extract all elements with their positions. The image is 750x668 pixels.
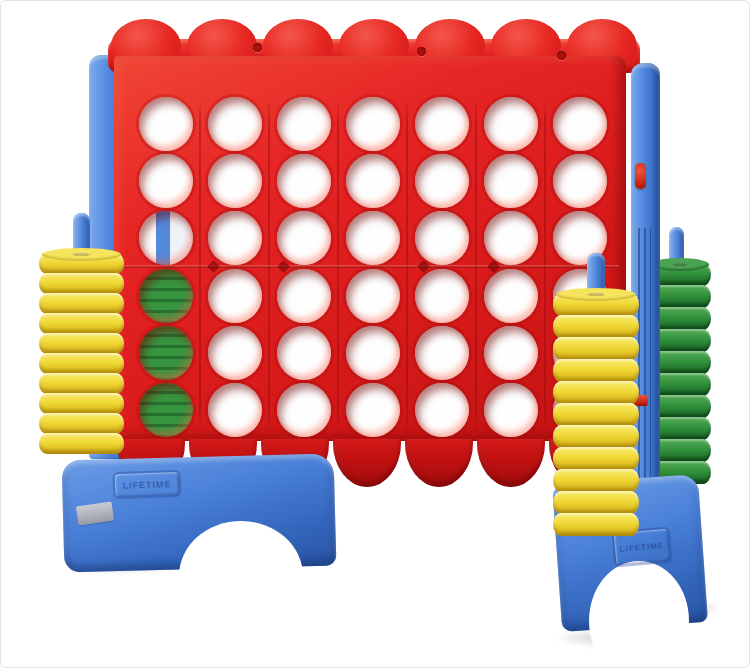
yellow-disc xyxy=(553,403,639,426)
yellow-disc xyxy=(39,393,124,414)
yellow-disc xyxy=(553,425,639,448)
release-knob xyxy=(635,163,646,189)
hole-opening xyxy=(277,326,331,380)
bottom-scallop xyxy=(477,439,545,487)
yellow-disc xyxy=(553,359,639,382)
cell-a1 xyxy=(131,382,200,439)
cell-c6 xyxy=(269,95,338,152)
hole-opening xyxy=(415,269,469,323)
cell-e6 xyxy=(407,95,476,152)
hole-opening xyxy=(346,154,400,208)
cell-f4 xyxy=(476,210,545,267)
yellow-disc xyxy=(553,381,639,404)
hole-opening xyxy=(277,154,331,208)
bottom-scallop xyxy=(333,439,401,487)
hole-opening xyxy=(484,97,538,151)
cell-a6 xyxy=(131,95,200,152)
cell-d2 xyxy=(338,324,407,381)
cell-c1 xyxy=(269,382,338,439)
cell-c3 xyxy=(269,267,338,324)
cell-f5 xyxy=(476,152,545,209)
screw-dimple xyxy=(417,47,426,56)
cell-d5 xyxy=(338,152,407,209)
cell-c4 xyxy=(269,210,338,267)
cell-g6 xyxy=(545,95,614,152)
hole-opening xyxy=(346,211,400,265)
yellow-disc xyxy=(553,337,639,360)
yellow-disc xyxy=(39,353,124,374)
hole-opening xyxy=(484,383,538,437)
board-mid-seam xyxy=(119,265,619,268)
yellow-disc xyxy=(39,373,124,394)
cell-f3 xyxy=(476,267,545,324)
yellow-disc xyxy=(553,315,639,338)
yellow-disc xyxy=(39,293,124,314)
yellow-disc xyxy=(39,433,124,454)
yellow-disc xyxy=(39,313,124,334)
disc-stack-right-yellow xyxy=(553,293,639,536)
giant-connect-four-photo: LIFETIME LIFETIME xyxy=(0,0,750,668)
cell-f1 xyxy=(476,382,545,439)
cell-d3 xyxy=(338,267,407,324)
hole-opening xyxy=(139,326,193,380)
hole-opening xyxy=(346,97,400,151)
yellow-disc xyxy=(553,491,639,514)
hole-opening xyxy=(415,154,469,208)
hole-opening xyxy=(208,326,262,380)
hole-opening xyxy=(139,154,193,208)
cell-a5 xyxy=(131,152,200,209)
hole-opening xyxy=(139,383,193,437)
hole-opening xyxy=(346,383,400,437)
cell-c2 xyxy=(269,324,338,381)
hole-opening xyxy=(346,326,400,380)
hole-opening xyxy=(139,211,193,265)
cell-e3 xyxy=(407,267,476,324)
hole-opening xyxy=(484,269,538,323)
cell-d1 xyxy=(338,382,407,439)
hole-opening xyxy=(208,211,262,265)
hole-opening xyxy=(484,154,538,208)
cell-d6 xyxy=(338,95,407,152)
cell-f2 xyxy=(476,324,545,381)
cell-a2 xyxy=(131,324,200,381)
plaque-emboss-text: LIFETIME xyxy=(619,541,664,554)
cell-e5 xyxy=(407,152,476,209)
cell-e4 xyxy=(407,210,476,267)
hole-opening xyxy=(415,326,469,380)
disc-stack-left-yellow xyxy=(39,253,124,454)
hole-opening xyxy=(277,383,331,437)
hole-opening xyxy=(484,211,538,265)
hole-opening xyxy=(415,383,469,437)
cell-b6 xyxy=(200,95,269,152)
hole-opening xyxy=(553,97,607,151)
hole-opening xyxy=(415,97,469,151)
screw-dimple xyxy=(557,51,566,60)
cell-b3 xyxy=(200,267,269,324)
cell-b1 xyxy=(200,382,269,439)
cell-b2 xyxy=(200,324,269,381)
hole-opening xyxy=(346,269,400,323)
cell-a3 xyxy=(131,267,200,324)
hole-opening xyxy=(415,211,469,265)
hole-opening xyxy=(484,326,538,380)
hole-opening xyxy=(553,154,607,208)
stack-top-disc-face xyxy=(556,288,637,301)
cell-d4 xyxy=(338,210,407,267)
yellow-disc xyxy=(39,333,124,354)
yellow-disc xyxy=(553,469,639,492)
yellow-disc xyxy=(39,273,124,294)
lifetime-plaque-left: LIFETIME xyxy=(113,470,182,499)
hole-opening xyxy=(208,269,262,323)
hole-opening xyxy=(208,97,262,151)
cell-f6 xyxy=(476,95,545,152)
plaque-emboss-text: LIFETIME xyxy=(122,479,171,491)
bottom-scallop xyxy=(405,439,473,487)
cell-b4 xyxy=(200,210,269,267)
hole-opening xyxy=(139,269,193,323)
hole-opening xyxy=(208,154,262,208)
hole-opening xyxy=(277,97,331,151)
cell-e2 xyxy=(407,324,476,381)
stack-top-disc-face xyxy=(42,248,122,261)
cell-e1 xyxy=(407,382,476,439)
yellow-disc xyxy=(39,413,124,434)
left-foot-arch xyxy=(179,521,303,631)
screw-dimple xyxy=(253,43,262,52)
yellow-disc xyxy=(553,513,639,536)
hole-opening xyxy=(139,97,193,151)
cell-b5 xyxy=(200,152,269,209)
cell-a4 xyxy=(131,210,200,267)
hole-opening xyxy=(277,269,331,323)
yellow-disc xyxy=(553,447,639,470)
cell-c5 xyxy=(269,152,338,209)
cell-g5 xyxy=(545,152,614,209)
hole-opening xyxy=(208,383,262,437)
hole-opening xyxy=(277,211,331,265)
